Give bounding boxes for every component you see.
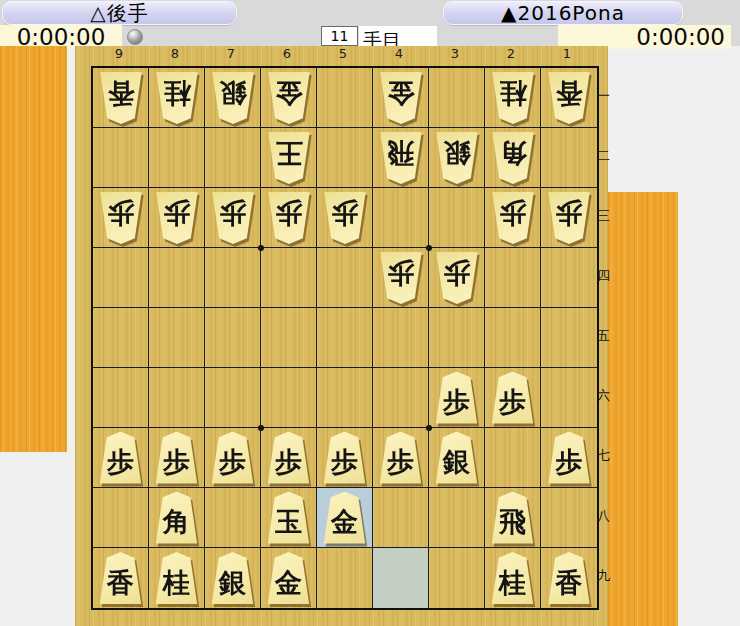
file-label: 1 bbox=[539, 46, 595, 61]
board-cell-7九[interactable]: 銀 bbox=[205, 548, 261, 608]
board-cell-8七[interactable]: 歩 bbox=[149, 428, 205, 488]
board-cell-1四[interactable] bbox=[541, 248, 597, 308]
board-cell-9五[interactable] bbox=[93, 308, 149, 368]
board-cell-6八[interactable]: 玉 bbox=[261, 488, 317, 548]
board-cell-6九[interactable]: 金 bbox=[261, 548, 317, 608]
gote-piece-香: 香 bbox=[98, 72, 144, 124]
board-cell-9四[interactable] bbox=[93, 248, 149, 308]
sente-piece-銀: 銀 bbox=[434, 432, 480, 484]
board-cell-1七[interactable]: 歩 bbox=[541, 428, 597, 488]
star-point bbox=[258, 425, 264, 431]
board-cell-8八[interactable]: 角 bbox=[149, 488, 205, 548]
board-cell-3七[interactable]: 銀 bbox=[429, 428, 485, 488]
board-cell-1五[interactable] bbox=[541, 308, 597, 368]
board-cell-4五[interactable] bbox=[373, 308, 429, 368]
board-cell-5三[interactable]: 歩 bbox=[317, 188, 373, 248]
board-cell-9九[interactable]: 香 bbox=[93, 548, 149, 608]
shogi-app-window: △後手 ▲2016Pona 0:00:00 11 手目 0:00:00 9876… bbox=[0, 0, 740, 626]
board-cell-9一[interactable]: 香 bbox=[93, 68, 149, 128]
board-cell-7六[interactable] bbox=[205, 368, 261, 428]
board-grid: 香桂銀金金桂香王飛銀角歩歩歩歩歩歩歩歩歩歩歩歩歩歩歩歩歩銀歩角玉金飛香桂銀金桂香 bbox=[91, 66, 599, 610]
gote-piece-歩: 歩 bbox=[546, 192, 592, 244]
file-label: 7 bbox=[203, 46, 259, 61]
board-cell-8五[interactable] bbox=[149, 308, 205, 368]
board-cell-4四[interactable]: 歩 bbox=[373, 248, 429, 308]
star-point bbox=[426, 245, 432, 251]
board-cell-4一[interactable]: 金 bbox=[373, 68, 429, 128]
board-cell-5九[interactable] bbox=[317, 548, 373, 608]
file-coordinate-labels: 987654321 bbox=[91, 46, 595, 64]
board-cell-3五[interactable] bbox=[429, 308, 485, 368]
board-cell-6二[interactable]: 王 bbox=[261, 128, 317, 188]
board-cell-4九[interactable] bbox=[373, 548, 429, 608]
shogi-board: 987654321 一二三四五六七八九 香桂銀金金桂香王飛銀角歩歩歩歩歩歩歩歩歩… bbox=[75, 46, 608, 626]
gote-piece-歩: 歩 bbox=[98, 192, 144, 244]
sente-player-name: ▲2016Pona bbox=[501, 1, 625, 25]
board-cell-4七[interactable]: 歩 bbox=[373, 428, 429, 488]
board-cell-2四[interactable] bbox=[485, 248, 541, 308]
board-cell-5八[interactable]: 金 bbox=[317, 488, 373, 548]
sente-piece-歩: 歩 bbox=[546, 432, 592, 484]
board-cell-5一[interactable] bbox=[317, 68, 373, 128]
sente-piece-歩: 歩 bbox=[434, 372, 480, 424]
sente-player-nameplate: ▲2016Pona bbox=[443, 1, 683, 25]
sente-piece-香: 香 bbox=[546, 552, 592, 604]
sente-piece-金: 金 bbox=[266, 552, 312, 604]
sente-piece-金: 金 bbox=[322, 492, 368, 544]
board-cell-6七[interactable]: 歩 bbox=[261, 428, 317, 488]
sente-captured-piece-stand bbox=[608, 192, 678, 626]
board-cell-8三[interactable]: 歩 bbox=[149, 188, 205, 248]
sente-piece-香: 香 bbox=[98, 552, 144, 604]
board-cell-8二[interactable] bbox=[149, 128, 205, 188]
sente-piece-歩: 歩 bbox=[378, 432, 424, 484]
board-cell-2八[interactable]: 飛 bbox=[485, 488, 541, 548]
board-cell-8一[interactable]: 桂 bbox=[149, 68, 205, 128]
board-cell-5二[interactable] bbox=[317, 128, 373, 188]
sente-piece-桂: 桂 bbox=[154, 552, 200, 604]
sente-piece-歩: 歩 bbox=[210, 432, 256, 484]
gote-piece-王: 王 bbox=[266, 132, 312, 184]
board-cell-8六[interactable] bbox=[149, 368, 205, 428]
board-cell-9六[interactable] bbox=[93, 368, 149, 428]
board-cell-8九[interactable]: 桂 bbox=[149, 548, 205, 608]
board-cell-6六[interactable] bbox=[261, 368, 317, 428]
board-cell-2一[interactable]: 桂 bbox=[485, 68, 541, 128]
sente-piece-歩: 歩 bbox=[154, 432, 200, 484]
gote-piece-歩: 歩 bbox=[490, 192, 536, 244]
board-cell-3一[interactable] bbox=[429, 68, 485, 128]
board-cell-3八[interactable] bbox=[429, 488, 485, 548]
sente-piece-玉: 玉 bbox=[266, 492, 312, 544]
file-label: 8 bbox=[147, 46, 203, 61]
file-label: 4 bbox=[371, 46, 427, 61]
gote-piece-歩: 歩 bbox=[266, 192, 312, 244]
board-cell-3二[interactable]: 銀 bbox=[429, 128, 485, 188]
sente-piece-飛: 飛 bbox=[490, 492, 536, 544]
gote-piece-飛: 飛 bbox=[378, 132, 424, 184]
sente-piece-歩: 歩 bbox=[266, 432, 312, 484]
sente-piece-歩: 歩 bbox=[98, 432, 144, 484]
board-cell-1二[interactable] bbox=[541, 128, 597, 188]
board-cell-6三[interactable]: 歩 bbox=[261, 188, 317, 248]
gote-piece-銀: 銀 bbox=[434, 132, 480, 184]
gote-piece-桂: 桂 bbox=[154, 72, 200, 124]
board-cell-8四[interactable] bbox=[149, 248, 205, 308]
file-label: 2 bbox=[483, 46, 539, 61]
gote-piece-歩: 歩 bbox=[434, 252, 480, 304]
board-cell-2七[interactable] bbox=[485, 428, 541, 488]
board-cell-6四[interactable] bbox=[261, 248, 317, 308]
sente-piece-銀: 銀 bbox=[210, 552, 256, 604]
board-cell-2二[interactable]: 角 bbox=[485, 128, 541, 188]
sente-piece-歩: 歩 bbox=[490, 372, 536, 424]
board-cell-2六[interactable]: 歩 bbox=[485, 368, 541, 428]
board-cell-7五[interactable] bbox=[205, 308, 261, 368]
gote-piece-金: 金 bbox=[266, 72, 312, 124]
board-cell-2三[interactable]: 歩 bbox=[485, 188, 541, 248]
board-cell-7二[interactable] bbox=[205, 128, 261, 188]
board-cell-5五[interactable] bbox=[317, 308, 373, 368]
board-cell-9八[interactable] bbox=[93, 488, 149, 548]
gote-player-name: △後手 bbox=[90, 0, 148, 27]
board-cell-5六[interactable] bbox=[317, 368, 373, 428]
board-cell-2九[interactable]: 桂 bbox=[485, 548, 541, 608]
board-cell-4六[interactable] bbox=[373, 368, 429, 428]
board-cell-9七[interactable]: 歩 bbox=[93, 428, 149, 488]
sente-piece-桂: 桂 bbox=[490, 552, 536, 604]
gote-piece-桂: 桂 bbox=[490, 72, 536, 124]
file-label: 3 bbox=[427, 46, 483, 61]
turn-indicator-ball-icon bbox=[127, 29, 143, 45]
board-cell-6一[interactable]: 金 bbox=[261, 68, 317, 128]
gote-piece-歩: 歩 bbox=[210, 192, 256, 244]
board-cell-7一[interactable]: 銀 bbox=[205, 68, 261, 128]
board-cell-3九[interactable] bbox=[429, 548, 485, 608]
board-cell-1八[interactable] bbox=[541, 488, 597, 548]
file-label: 6 bbox=[259, 46, 315, 61]
board-cell-5七[interactable]: 歩 bbox=[317, 428, 373, 488]
sente-piece-歩: 歩 bbox=[322, 432, 368, 484]
board-cell-9三[interactable]: 歩 bbox=[93, 188, 149, 248]
gote-captured-piece-stand bbox=[0, 46, 67, 452]
board-cell-3四[interactable]: 歩 bbox=[429, 248, 485, 308]
board-cell-3三[interactable] bbox=[429, 188, 485, 248]
board-cell-7三[interactable]: 歩 bbox=[205, 188, 261, 248]
gote-piece-銀: 銀 bbox=[210, 72, 256, 124]
file-label: 5 bbox=[315, 46, 371, 61]
gote-piece-金: 金 bbox=[378, 72, 424, 124]
move-number-field[interactable]: 11 bbox=[321, 26, 358, 46]
gote-piece-歩: 歩 bbox=[154, 192, 200, 244]
board-cell-1九[interactable]: 香 bbox=[541, 548, 597, 608]
gote-piece-角: 角 bbox=[490, 132, 536, 184]
board-cell-1一[interactable]: 香 bbox=[541, 68, 597, 128]
gote-piece-歩: 歩 bbox=[378, 252, 424, 304]
gote-player-nameplate: △後手 bbox=[2, 1, 237, 25]
sente-piece-角: 角 bbox=[154, 492, 200, 544]
board-cell-4八[interactable] bbox=[373, 488, 429, 548]
board-cell-7八[interactable] bbox=[205, 488, 261, 548]
star-point bbox=[258, 245, 264, 251]
board-cell-7七[interactable]: 歩 bbox=[205, 428, 261, 488]
board-cell-4二[interactable]: 飛 bbox=[373, 128, 429, 188]
board-cell-4三[interactable] bbox=[373, 188, 429, 248]
star-point bbox=[426, 425, 432, 431]
gote-piece-香: 香 bbox=[546, 72, 592, 124]
board-cell-1三[interactable]: 歩 bbox=[541, 188, 597, 248]
board-cell-9二[interactable] bbox=[93, 128, 149, 188]
board-cell-5四[interactable] bbox=[317, 248, 373, 308]
board-cell-2五[interactable] bbox=[485, 308, 541, 368]
file-label: 9 bbox=[91, 46, 147, 61]
board-cell-6五[interactable] bbox=[261, 308, 317, 368]
board-cell-7四[interactable] bbox=[205, 248, 261, 308]
gote-piece-歩: 歩 bbox=[322, 192, 368, 244]
board-cell-1六[interactable] bbox=[541, 368, 597, 428]
board-cell-3六[interactable]: 歩 bbox=[429, 368, 485, 428]
